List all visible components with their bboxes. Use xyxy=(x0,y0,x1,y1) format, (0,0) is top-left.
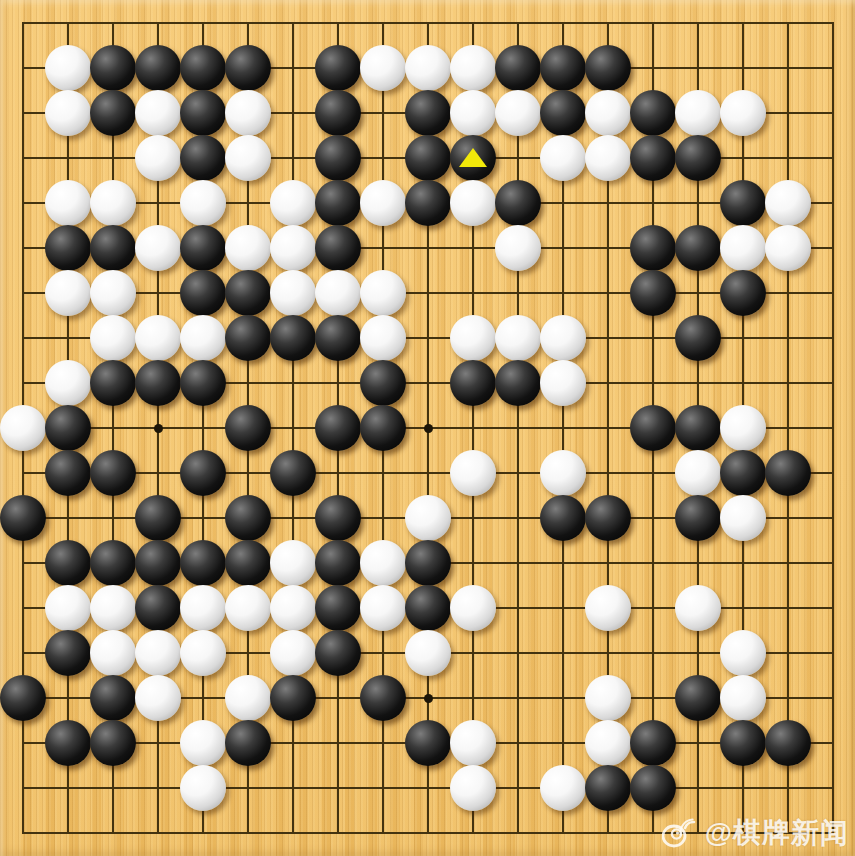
white-stone xyxy=(45,90,91,136)
black-stone xyxy=(720,180,766,226)
black-stone xyxy=(0,495,46,541)
white-stone xyxy=(45,180,91,226)
white-stone xyxy=(45,585,91,631)
black-stone xyxy=(720,450,766,496)
white-stone xyxy=(225,675,271,721)
white-stone xyxy=(765,225,811,271)
white-stone xyxy=(135,90,181,136)
white-stone xyxy=(405,45,451,91)
black-stone xyxy=(90,675,136,721)
white-stone xyxy=(360,540,406,586)
grid-line xyxy=(517,22,519,834)
black-stone xyxy=(315,540,361,586)
black-stone xyxy=(90,720,136,766)
black-stone xyxy=(675,405,721,451)
black-stone xyxy=(630,225,676,271)
black-stone xyxy=(90,225,136,271)
white-stone xyxy=(675,585,721,631)
white-stone xyxy=(180,630,226,676)
white-stone xyxy=(135,675,181,721)
black-stone xyxy=(585,45,631,91)
black-stone xyxy=(495,45,541,91)
black-stone xyxy=(315,90,361,136)
black-stone xyxy=(180,360,226,406)
black-stone xyxy=(315,495,361,541)
white-stone xyxy=(360,270,406,316)
black-stone xyxy=(405,720,451,766)
white-stone xyxy=(270,630,316,676)
black-stone xyxy=(0,675,46,721)
black-stone xyxy=(180,135,226,181)
black-stone xyxy=(135,360,181,406)
black-stone xyxy=(360,405,406,451)
black-stone xyxy=(585,765,631,811)
black-stone xyxy=(180,540,226,586)
white-stone xyxy=(450,720,496,766)
black-stone xyxy=(90,360,136,406)
black-stone xyxy=(675,135,721,181)
white-stone xyxy=(180,585,226,631)
star-point xyxy=(424,424,433,433)
white-stone xyxy=(495,225,541,271)
black-stone xyxy=(180,450,226,496)
white-stone xyxy=(675,90,721,136)
black-stone xyxy=(630,765,676,811)
white-stone xyxy=(585,90,631,136)
black-stone xyxy=(135,45,181,91)
white-stone xyxy=(135,225,181,271)
black-stone xyxy=(540,90,586,136)
star-point xyxy=(154,424,163,433)
white-stone xyxy=(315,270,361,316)
white-stone xyxy=(540,765,586,811)
black-stone xyxy=(450,360,496,406)
white-stone xyxy=(720,225,766,271)
white-stone xyxy=(450,90,496,136)
black-stone xyxy=(45,405,91,451)
black-stone xyxy=(180,270,226,316)
white-stone xyxy=(450,45,496,91)
black-stone xyxy=(540,495,586,541)
black-stone xyxy=(360,675,406,721)
black-stone xyxy=(315,315,361,361)
black-stone xyxy=(405,90,451,136)
white-stone xyxy=(360,45,406,91)
black-stone xyxy=(315,225,361,271)
last-move-triangle-marker xyxy=(459,148,487,167)
black-stone xyxy=(630,720,676,766)
black-stone xyxy=(630,270,676,316)
black-stone xyxy=(90,45,136,91)
white-stone xyxy=(540,450,586,496)
black-stone xyxy=(225,315,271,361)
black-stone xyxy=(315,585,361,631)
black-stone xyxy=(720,270,766,316)
go-board: @棋牌新闻 xyxy=(0,0,855,856)
black-stone xyxy=(90,450,136,496)
white-stone xyxy=(720,495,766,541)
black-stone xyxy=(225,405,271,451)
black-stone xyxy=(630,405,676,451)
black-stone xyxy=(405,180,451,226)
white-stone xyxy=(180,720,226,766)
black-stone xyxy=(315,135,361,181)
white-stone xyxy=(225,225,271,271)
grid-line xyxy=(832,22,834,834)
white-stone xyxy=(585,720,631,766)
white-stone xyxy=(720,675,766,721)
white-stone xyxy=(675,450,721,496)
white-stone xyxy=(90,630,136,676)
black-stone xyxy=(405,585,451,631)
white-stone xyxy=(495,315,541,361)
white-stone xyxy=(450,450,496,496)
black-stone xyxy=(315,45,361,91)
grid-line xyxy=(22,787,834,789)
black-stone xyxy=(315,405,361,451)
white-stone xyxy=(135,135,181,181)
white-stone xyxy=(270,225,316,271)
black-stone xyxy=(495,180,541,226)
black-stone xyxy=(405,540,451,586)
white-stone xyxy=(225,135,271,181)
white-stone xyxy=(180,315,226,361)
black-stone xyxy=(180,225,226,271)
white-stone xyxy=(225,90,271,136)
black-stone xyxy=(45,540,91,586)
white-stone xyxy=(270,585,316,631)
white-stone xyxy=(585,585,631,631)
star-point xyxy=(424,694,433,703)
black-stone xyxy=(45,720,91,766)
black-stone xyxy=(135,540,181,586)
black-stone xyxy=(630,135,676,181)
grid-line xyxy=(22,832,834,834)
white-stone xyxy=(90,585,136,631)
white-stone xyxy=(450,315,496,361)
black-stone xyxy=(495,360,541,406)
black-stone xyxy=(225,540,271,586)
white-stone xyxy=(45,270,91,316)
white-stone xyxy=(180,180,226,226)
white-stone xyxy=(450,180,496,226)
white-stone xyxy=(0,405,46,451)
black-stone xyxy=(90,90,136,136)
black-stone xyxy=(720,720,766,766)
black-stone xyxy=(315,180,361,226)
black-stone xyxy=(405,135,451,181)
black-stone xyxy=(675,495,721,541)
white-stone xyxy=(405,495,451,541)
black-stone xyxy=(45,450,91,496)
white-stone xyxy=(270,540,316,586)
black-stone xyxy=(180,45,226,91)
white-stone xyxy=(135,315,181,361)
white-stone xyxy=(45,360,91,406)
black-stone xyxy=(765,450,811,496)
white-stone xyxy=(45,45,91,91)
white-stone xyxy=(360,585,406,631)
black-stone xyxy=(540,45,586,91)
white-stone xyxy=(90,270,136,316)
white-stone xyxy=(720,405,766,451)
black-stone xyxy=(675,675,721,721)
white-stone xyxy=(720,90,766,136)
black-stone xyxy=(135,495,181,541)
white-stone xyxy=(360,180,406,226)
black-stone xyxy=(225,720,271,766)
white-stone xyxy=(135,630,181,676)
black-stone xyxy=(225,495,271,541)
black-stone xyxy=(45,630,91,676)
black-stone xyxy=(180,90,226,136)
black-stone xyxy=(675,225,721,271)
white-stone xyxy=(540,315,586,361)
white-stone xyxy=(90,315,136,361)
white-stone xyxy=(450,585,496,631)
grid-line xyxy=(787,22,789,834)
black-stone xyxy=(630,90,676,136)
white-stone xyxy=(90,180,136,226)
black-stone xyxy=(225,270,271,316)
white-stone xyxy=(180,765,226,811)
black-stone xyxy=(225,45,271,91)
white-stone xyxy=(585,675,631,721)
white-stone xyxy=(765,180,811,226)
black-stone xyxy=(360,360,406,406)
black-stone xyxy=(315,630,361,676)
white-stone xyxy=(360,315,406,361)
white-stone xyxy=(225,585,271,631)
black-stone xyxy=(675,315,721,361)
black-stone xyxy=(270,315,316,361)
white-stone xyxy=(270,270,316,316)
white-stone xyxy=(720,630,766,676)
white-stone xyxy=(540,135,586,181)
black-stone xyxy=(765,720,811,766)
black-stone xyxy=(270,675,316,721)
black-stone xyxy=(585,495,631,541)
white-stone xyxy=(405,630,451,676)
black-stone xyxy=(90,540,136,586)
white-stone xyxy=(270,180,316,226)
white-stone xyxy=(585,135,631,181)
white-stone xyxy=(540,360,586,406)
white-stone xyxy=(450,765,496,811)
black-stone xyxy=(270,450,316,496)
black-stone xyxy=(45,225,91,271)
black-stone xyxy=(135,585,181,631)
white-stone xyxy=(495,90,541,136)
